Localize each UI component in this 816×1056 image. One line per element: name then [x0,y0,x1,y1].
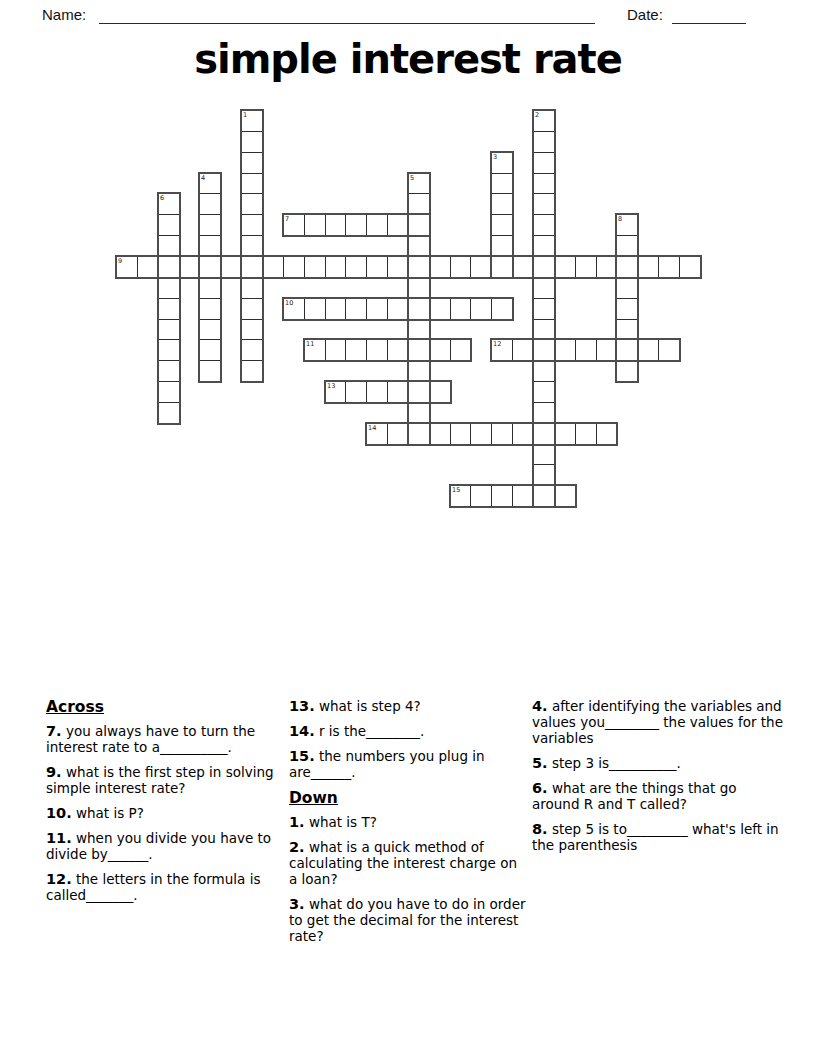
cell-r9c18[interactable] [491,298,513,320]
cell-r10c6[interactable] [241,319,263,340]
cell-r7c24[interactable] [616,256,638,278]
cell-r15c21[interactable] [554,423,576,445]
cell-r15c16[interactable] [450,423,471,445]
cell-r15c14[interactable] [408,423,430,445]
name-blank-line[interactable] [99,23,595,24]
cell-r13c14[interactable] [408,381,430,403]
cell-r18c18[interactable] [491,485,513,507]
cell-r10c14[interactable] [408,319,430,340]
cell-r4c6[interactable] [241,193,263,215]
cell-r12c24[interactable] [616,360,638,382]
cell-r6c4[interactable] [199,235,221,257]
cell-r8c24[interactable] [616,277,638,299]
clue-7: 7. you always have to turn the interest … [46,723,284,755]
cell-r7c16[interactable] [450,256,471,278]
cell-r7c4[interactable] [199,256,221,278]
cell-r7c25[interactable] [637,256,659,278]
cell-r7c8[interactable] [283,256,305,278]
cell-r7c22[interactable] [575,256,597,278]
cell-r4c14[interactable] [408,193,430,215]
cell-r8c14[interactable] [408,277,430,299]
clue-column-1: Across7. you always have to turn the int… [46,698,284,912]
cell-r11c16[interactable] [450,339,471,361]
cell-r11c14[interactable] [408,339,430,361]
cell-r7c26[interactable] [658,256,680,278]
cell-r9c13[interactable] [387,298,409,320]
cell-r7c9[interactable] [304,256,326,278]
cell-r3c14[interactable] [408,173,430,194]
cell-r7c7[interactable] [262,256,284,278]
cell-r5c11[interactable] [345,214,367,236]
cell-r2c18[interactable] [491,152,513,174]
cell-r3c20[interactable] [533,173,555,194]
cell-r12c2[interactable] [158,360,180,382]
cell-r6c6[interactable] [241,235,263,257]
date-label: Date: [627,6,663,23]
cell-r7c14[interactable] [408,256,430,278]
cell-r4c20[interactable] [533,193,555,215]
clue-2: 2. what is a quick method of calculating… [289,839,529,887]
clue-13: 13. what is step 4? [289,698,529,714]
cell-r3c4[interactable] [199,173,221,194]
cell-r5c10[interactable] [325,214,346,236]
cell-r13c20[interactable] [533,381,555,403]
clue-list-header-across: Across [46,698,284,716]
cell-r11c19[interactable] [512,339,534,361]
cell-r5c18[interactable] [491,214,513,236]
cell-r5c12[interactable] [366,214,388,236]
cell-r18c21[interactable] [554,485,576,507]
cell-r11c20[interactable] [533,339,555,361]
cell-r13c11[interactable] [345,381,367,403]
cell-r9c16[interactable] [450,298,471,320]
cell-r18c20[interactable] [533,485,555,507]
cell-r10c2[interactable] [158,319,180,340]
cell-r13c2[interactable] [158,381,180,403]
cell-r4c18[interactable] [491,193,513,215]
clue-column-3: 4. after identifying the variables and v… [532,698,784,862]
cell-r5c8[interactable] [283,214,305,236]
clue-4: 4. after identifying the variables and v… [532,698,784,746]
clue-15: 15. the numbers you plug in are______. [289,748,529,780]
cell-r15c22[interactable] [575,423,597,445]
clue-9: 9. what is the first step in solving sim… [46,764,284,796]
cell-r7c17[interactable] [470,256,492,278]
cell-r15c18[interactable] [491,423,513,445]
cell-r8c4[interactable] [199,277,221,299]
clue-1: 1. what is T? [289,814,529,830]
cell-r8c6[interactable] [241,277,263,299]
cell-r9c10[interactable] [325,298,346,320]
cell-r11c4[interactable] [199,339,221,361]
cell-r9c2[interactable] [158,298,180,320]
cell-r5c2[interactable] [158,214,180,236]
clue-14: 14. r is the________. [289,723,529,739]
cell-r7c5[interactable] [220,256,242,278]
cell-r0c6[interactable] [241,110,263,132]
clue-3: 3. what do you have to do in order to ge… [289,896,529,944]
cell-r11c26[interactable] [658,339,680,361]
cell-r8c20[interactable] [533,277,555,299]
puzzle-title: simple interest rate [0,36,816,82]
cell-r7c21[interactable] [554,256,576,278]
cell-r15c17[interactable] [470,423,492,445]
cell-r11c11[interactable] [345,339,367,361]
cell-r9c15[interactable] [429,298,451,320]
cell-r18c19[interactable] [512,485,534,507]
cell-r6c18[interactable] [491,235,513,257]
cell-r12c6[interactable] [241,360,263,382]
cell-r7c0[interactable] [116,256,138,278]
cell-r5c6[interactable] [241,214,263,236]
cell-r5c14[interactable] [408,214,430,236]
cell-r7c2[interactable] [158,256,180,278]
cell-r7c3[interactable] [179,256,200,278]
cell-r7c19[interactable] [512,256,534,278]
cell-r5c4[interactable] [199,214,221,236]
cell-r5c13[interactable] [387,214,409,236]
cell-r7c15[interactable] [429,256,451,278]
cell-r5c24[interactable] [616,214,638,236]
cell-r7c23[interactable] [596,256,617,278]
cell-r2c20[interactable] [533,152,555,174]
clue-12: 12. the letters in the formula is called… [46,871,284,903]
cell-r6c2[interactable] [158,235,180,257]
cell-r12c14[interactable] [408,360,430,382]
cell-r11c10[interactable] [325,339,346,361]
cell-r13c12[interactable] [366,381,388,403]
cell-r14c20[interactable] [533,402,555,424]
cell-r2c6[interactable] [241,152,263,174]
cell-r11c24[interactable] [616,339,638,361]
cell-r7c12[interactable] [366,256,388,278]
cell-r11c12[interactable] [366,339,388,361]
cell-r9c24[interactable] [616,298,638,320]
cell-r11c13[interactable] [387,339,409,361]
cell-r1c20[interactable] [533,131,555,153]
cell-r15c15[interactable] [429,423,451,445]
cell-r4c2[interactable] [158,193,180,215]
cell-r10c4[interactable] [199,319,221,340]
cell-r9c8[interactable] [283,298,305,320]
cell-r11c18[interactable] [491,339,513,361]
cell-r8c2[interactable] [158,277,180,299]
cell-r11c6[interactable] [241,339,263,361]
cell-r18c17[interactable] [470,485,492,507]
cell-r10c24[interactable] [616,319,638,340]
cell-r11c15[interactable] [429,339,451,361]
cell-r17c20[interactable] [533,464,555,486]
cell-r14c2[interactable] [158,402,180,424]
cell-r9c4[interactable] [199,298,221,320]
cell-r7c1[interactable] [137,256,159,278]
cell-r9c6[interactable] [241,298,263,320]
cell-r1c6[interactable] [241,131,263,153]
cell-r11c9[interactable] [304,339,326,361]
cell-r15c19[interactable] [512,423,534,445]
cell-r9c17[interactable] [470,298,492,320]
cell-r9c11[interactable] [345,298,367,320]
cell-r5c20[interactable] [533,214,555,236]
cell-r12c4[interactable] [199,360,221,382]
cell-r15c23[interactable] [596,423,617,445]
cell-r11c25[interactable] [637,339,659,361]
date-blank-line[interactable] [672,23,746,24]
cell-r6c14[interactable] [408,235,430,257]
cell-r11c21[interactable] [554,339,576,361]
cell-r11c22[interactable] [575,339,597,361]
cell-r15c13[interactable] [387,423,409,445]
clue-6: 6. what are the things that go around R … [532,780,784,812]
cell-r7c11[interactable] [345,256,367,278]
cell-r9c9[interactable] [304,298,326,320]
name-label: Name: [42,6,86,23]
cell-r0c20[interactable] [533,110,555,132]
cell-r11c2[interactable] [158,339,180,361]
cell-r6c20[interactable] [533,235,555,257]
clue-10: 10. what is P? [46,805,284,821]
cell-r5c9[interactable] [304,214,326,236]
cell-r10c20[interactable] [533,319,555,340]
cell-r4c4[interactable] [199,193,221,215]
clue-list-header-down: Down [289,789,529,807]
cell-r11c23[interactable] [596,339,617,361]
cell-r9c20[interactable] [533,298,555,320]
cell-r15c20[interactable] [533,423,555,445]
cell-r7c13[interactable] [387,256,409,278]
cell-r13c15[interactable] [429,381,451,403]
clue-column-2: 13. what is step 4?14. r is the________.… [289,698,529,953]
cell-r13c10[interactable] [325,381,346,403]
cell-r7c6[interactable] [241,256,263,278]
cell-r9c12[interactable] [366,298,388,320]
cell-r9c14[interactable] [408,298,430,320]
clue-5: 5. step 3 is__________. [532,755,784,771]
cell-r18c16[interactable] [450,485,471,507]
cell-r3c6[interactable] [241,173,263,194]
cell-r15c12[interactable] [366,423,388,445]
cell-r12c20[interactable] [533,360,555,382]
clue-8: 8. step 5 is to_________ what's left in … [532,821,784,853]
cell-r7c18[interactable] [491,256,513,278]
cell-r16c20[interactable] [533,444,555,465]
crossword-board: 123456789101112131415 [116,110,701,507]
cell-r3c18[interactable] [491,173,513,194]
cell-r14c14[interactable] [408,402,430,424]
cell-r6c24[interactable] [616,235,638,257]
cell-r13c13[interactable] [387,381,409,403]
cell-r7c20[interactable] [533,256,555,278]
cell-r7c27[interactable] [679,256,701,278]
cell-r7c10[interactable] [325,256,346,278]
clue-11: 11. when you divide you have to divide b… [46,830,284,862]
